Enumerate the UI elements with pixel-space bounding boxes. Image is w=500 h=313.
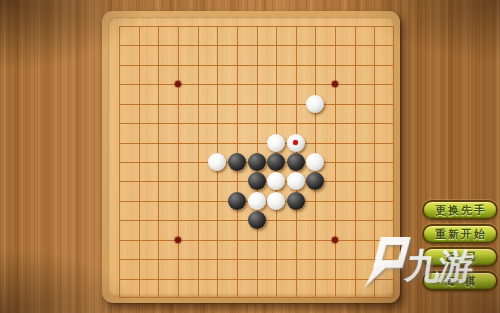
- stone-black: [287, 192, 305, 210]
- button-label: 返回: [436, 252, 485, 263]
- back-button[interactable]: 返回: [422, 247, 498, 267]
- stone-black: [228, 192, 246, 210]
- stone-white: [267, 192, 285, 210]
- stone-white: [306, 153, 324, 171]
- star-point: [332, 237, 338, 243]
- stone-black: [306, 172, 324, 190]
- stone-white: [287, 172, 305, 190]
- star-point: [332, 81, 338, 87]
- stone-black: [228, 153, 246, 171]
- board-field: [108, 17, 394, 297]
- stone-black: [248, 211, 266, 229]
- gomoku-board[interactable]: [102, 11, 400, 303]
- stone-white: [208, 153, 226, 171]
- stone-white: [267, 134, 285, 152]
- button-label: 更换先手: [433, 205, 487, 216]
- stone-black: [287, 153, 305, 171]
- stone-black: [267, 153, 285, 171]
- restart-button[interactable]: 重新开始: [422, 224, 498, 244]
- undo-button[interactable]: 悔棋: [422, 271, 498, 291]
- stone-white: [306, 95, 324, 113]
- game-screen: 更换先手 重新开始 返回 悔棋 九游: [0, 0, 500, 313]
- button-label: 悔棋: [436, 276, 485, 287]
- stone-white: [248, 192, 266, 210]
- change-first-player-button[interactable]: 更换先手: [422, 200, 498, 220]
- stone-white: [267, 172, 285, 190]
- last-move-marker: [293, 140, 298, 145]
- stone-black: [248, 153, 266, 171]
- button-label: 重新开始: [433, 229, 487, 240]
- star-point: [175, 237, 181, 243]
- board-grid: [119, 26, 394, 298]
- star-point: [175, 81, 181, 87]
- stone-black: [248, 172, 266, 190]
- stone-white: [287, 134, 305, 152]
